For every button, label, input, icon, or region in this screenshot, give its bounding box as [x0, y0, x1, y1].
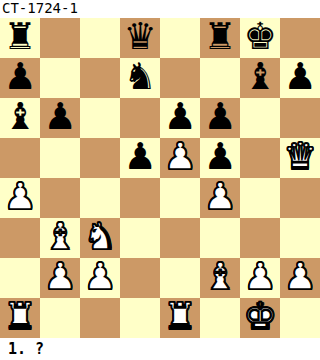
black-pawn-icon: ♟ [283, 58, 316, 97]
square-h7[interactable]: ♟ [280, 58, 320, 98]
puzzle-id: CT-1724-1 [0, 0, 320, 18]
square-g6[interactable] [240, 98, 280, 138]
black-pawn-icon: ♟ [3, 58, 36, 97]
chess-board: ♜♛♜♚♟♞♝♟♝♟♟♟♟♟♟♛♟♟♝♞♟♟♝♟♟♜♜♚ [0, 18, 320, 338]
square-e2[interactable] [160, 258, 200, 298]
black-pawn-icon: ♟ [203, 98, 236, 137]
white-bishop-icon: ♝ [203, 258, 236, 297]
white-bishop-icon: ♝ [43, 218, 76, 257]
square-d1[interactable] [120, 298, 160, 338]
square-g7[interactable]: ♝ [240, 58, 280, 98]
square-h5[interactable]: ♛ [280, 138, 320, 178]
square-g1[interactable]: ♚ [240, 298, 280, 338]
square-d5[interactable]: ♟ [120, 138, 160, 178]
square-h4[interactable] [280, 178, 320, 218]
square-a2[interactable] [0, 258, 40, 298]
square-g3[interactable] [240, 218, 280, 258]
square-g2[interactable]: ♟ [240, 258, 280, 298]
square-h2[interactable]: ♟ [280, 258, 320, 298]
square-e6[interactable]: ♟ [160, 98, 200, 138]
white-rook-icon: ♜ [163, 298, 196, 337]
white-pawn-icon: ♟ [203, 178, 236, 217]
square-d3[interactable] [120, 218, 160, 258]
white-pawn-icon: ♟ [83, 258, 116, 297]
square-h6[interactable] [280, 98, 320, 138]
white-pawn-icon: ♟ [243, 258, 276, 297]
black-pawn-icon: ♟ [43, 98, 76, 137]
square-f6[interactable]: ♟ [200, 98, 240, 138]
square-c7[interactable] [80, 58, 120, 98]
square-b8[interactable] [40, 18, 80, 58]
square-c2[interactable]: ♟ [80, 258, 120, 298]
square-h8[interactable] [280, 18, 320, 58]
white-queen-icon: ♛ [283, 138, 316, 177]
square-g8[interactable]: ♚ [240, 18, 280, 58]
square-f1[interactable] [200, 298, 240, 338]
square-c8[interactable] [80, 18, 120, 58]
black-pawn-icon: ♟ [163, 98, 196, 137]
black-bishop-icon: ♝ [3, 98, 36, 137]
square-a1[interactable]: ♜ [0, 298, 40, 338]
square-f5[interactable]: ♟ [200, 138, 240, 178]
square-d7[interactable]: ♞ [120, 58, 160, 98]
square-c4[interactable] [80, 178, 120, 218]
square-c3[interactable]: ♞ [80, 218, 120, 258]
square-a4[interactable]: ♟ [0, 178, 40, 218]
square-e7[interactable] [160, 58, 200, 98]
square-a3[interactable] [0, 218, 40, 258]
square-d2[interactable] [120, 258, 160, 298]
square-f3[interactable] [200, 218, 240, 258]
square-b7[interactable] [40, 58, 80, 98]
black-rook-icon: ♜ [3, 18, 36, 57]
white-knight-icon: ♞ [83, 218, 116, 257]
square-d4[interactable] [120, 178, 160, 218]
square-e1[interactable]: ♜ [160, 298, 200, 338]
square-h1[interactable] [280, 298, 320, 338]
chess-puzzle-app: CT-1724-1 ♜♛♜♚♟♞♝♟♝♟♟♟♟♟♟♛♟♟♝♞♟♟♝♟♟♜♜♚ 1… [0, 0, 320, 360]
square-f7[interactable] [200, 58, 240, 98]
white-rook-icon: ♜ [3, 298, 36, 337]
black-knight-icon: ♞ [123, 58, 156, 97]
square-g5[interactable] [240, 138, 280, 178]
square-b5[interactable] [40, 138, 80, 178]
square-a8[interactable]: ♜ [0, 18, 40, 58]
square-e4[interactable] [160, 178, 200, 218]
square-d8[interactable]: ♛ [120, 18, 160, 58]
move-prompt: 1. ? [0, 338, 320, 360]
black-pawn-icon: ♟ [203, 138, 236, 177]
square-c5[interactable] [80, 138, 120, 178]
square-g4[interactable] [240, 178, 280, 218]
square-e8[interactable] [160, 18, 200, 58]
white-pawn-icon: ♟ [163, 138, 196, 177]
white-king-icon: ♚ [243, 298, 276, 337]
black-bishop-icon: ♝ [243, 58, 276, 97]
square-f4[interactable]: ♟ [200, 178, 240, 218]
black-rook-icon: ♜ [203, 18, 236, 57]
square-c1[interactable] [80, 298, 120, 338]
square-f8[interactable]: ♜ [200, 18, 240, 58]
square-b4[interactable] [40, 178, 80, 218]
white-pawn-icon: ♟ [43, 258, 76, 297]
black-king-icon: ♚ [243, 18, 276, 57]
black-pawn-icon: ♟ [123, 138, 156, 177]
white-pawn-icon: ♟ [3, 178, 36, 217]
square-b3[interactable]: ♝ [40, 218, 80, 258]
square-a5[interactable] [0, 138, 40, 178]
square-d6[interactable] [120, 98, 160, 138]
square-e3[interactable] [160, 218, 200, 258]
square-e5[interactable]: ♟ [160, 138, 200, 178]
square-c6[interactable] [80, 98, 120, 138]
square-b2[interactable]: ♟ [40, 258, 80, 298]
square-b1[interactable] [40, 298, 80, 338]
white-pawn-icon: ♟ [283, 258, 316, 297]
black-queen-icon: ♛ [123, 18, 156, 57]
square-f2[interactable]: ♝ [200, 258, 240, 298]
square-h3[interactable] [280, 218, 320, 258]
square-a6[interactable]: ♝ [0, 98, 40, 138]
square-b6[interactable]: ♟ [40, 98, 80, 138]
square-a7[interactable]: ♟ [0, 58, 40, 98]
